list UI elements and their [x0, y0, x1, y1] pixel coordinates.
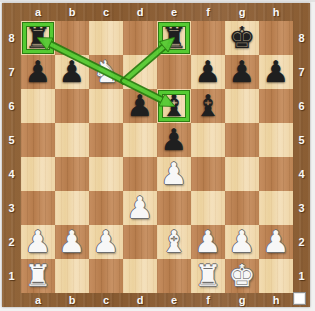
square-f1[interactable]: ♜ [191, 259, 225, 293]
rank-label-4: 4 [2, 157, 21, 191]
square-c7[interactable]: ♞ [89, 55, 123, 89]
piece-white-knight-c7[interactable]: ♞ [89, 55, 123, 89]
piece-white-bishop-e2[interactable]: ♝ [157, 225, 191, 259]
square-c8[interactable] [89, 21, 123, 55]
piece-white-pawn-b2[interactable]: ♟ [55, 225, 89, 259]
square-f4[interactable] [191, 157, 225, 191]
rank-label-6: 6 [2, 89, 21, 123]
rank-label-1: 1 [2, 259, 21, 293]
piece-white-pawn-e4[interactable]: ♟ [157, 157, 191, 191]
file-label-f: f [191, 293, 225, 307]
file-label-h: h [259, 293, 293, 307]
square-c1[interactable] [89, 259, 123, 293]
piece-black-pawn-f7[interactable]: ♟ [191, 55, 225, 89]
piece-black-pawn-b7[interactable]: ♟ [55, 55, 89, 89]
file-label-b: b [55, 4, 89, 20]
piece-white-pawn-a2[interactable]: ♟ [21, 225, 55, 259]
piece-black-pawn-g7[interactable]: ♟ [225, 55, 259, 89]
page-edge [0, 0, 315, 2]
piece-black-bishop-f6[interactable]: ♝ [191, 89, 225, 123]
piece-black-rook-a8[interactable]: ♜ [21, 21, 55, 55]
square-c3[interactable] [89, 191, 123, 225]
square-c4[interactable] [89, 157, 123, 191]
square-e3[interactable] [157, 191, 191, 225]
file-labels-bottom: abcdefgh [21, 293, 293, 307]
piece-black-pawn-h7[interactable]: ♟ [259, 55, 293, 89]
piece-white-pawn-c2[interactable]: ♟ [89, 225, 123, 259]
file-label-e: e [157, 293, 191, 307]
square-c2[interactable]: ♟ [89, 225, 123, 259]
square-h5[interactable] [259, 123, 293, 157]
board-squares: ♜♜♚♟♟♞♟♟♟♟♝♝♟♟♟♟♟♟♝♟♟♟♜♜♚ [21, 21, 293, 293]
rank-label-5: 5 [293, 123, 310, 157]
square-e5[interactable]: ♟ [157, 123, 191, 157]
square-b1[interactable] [55, 259, 89, 293]
chess-app: { "game": "chess", "position": { "fen": … [0, 0, 315, 311]
square-d6[interactable]: ♟ [123, 89, 157, 123]
square-g5[interactable] [225, 123, 259, 157]
square-d1[interactable] [123, 259, 157, 293]
square-a5[interactable] [21, 123, 55, 157]
white-to-move-indicator [293, 292, 306, 305]
square-a8[interactable]: ♜ [21, 21, 55, 55]
piece-white-rook-f1[interactable]: ♜ [191, 259, 225, 293]
square-a7[interactable]: ♟ [21, 55, 55, 89]
square-a2[interactable]: ♟ [21, 225, 55, 259]
square-d7[interactable] [123, 55, 157, 89]
file-label-d: d [123, 293, 157, 307]
rank-label-8: 8 [2, 21, 21, 55]
square-b7[interactable]: ♟ [55, 55, 89, 89]
square-b2[interactable]: ♟ [55, 225, 89, 259]
chess-board: abcdefgh abcdefgh 87654321 87654321 ♜♜♚♟… [2, 3, 310, 307]
square-h3[interactable] [259, 191, 293, 225]
square-e2[interactable]: ♝ [157, 225, 191, 259]
square-f8[interactable] [191, 21, 225, 55]
rank-labels-right: 87654321 [293, 21, 310, 293]
file-label-h: h [259, 4, 293, 20]
piece-black-king-g8[interactable]: ♚ [225, 21, 259, 55]
rank-label-5: 5 [2, 123, 21, 157]
square-b3[interactable] [55, 191, 89, 225]
square-d5[interactable] [123, 123, 157, 157]
square-g8[interactable]: ♚ [225, 21, 259, 55]
square-e4[interactable]: ♟ [157, 157, 191, 191]
rank-label-7: 7 [293, 55, 310, 89]
square-b4[interactable] [55, 157, 89, 191]
piece-black-rook-e8[interactable]: ♜ [157, 21, 191, 55]
square-a3[interactable] [21, 191, 55, 225]
square-g6[interactable] [225, 89, 259, 123]
file-label-c: c [89, 4, 123, 20]
file-labels-top: abcdefgh [21, 4, 293, 20]
rank-label-7: 7 [2, 55, 21, 89]
square-e8[interactable]: ♜ [157, 21, 191, 55]
square-b6[interactable] [55, 89, 89, 123]
piece-black-pawn-d6[interactable]: ♟ [123, 89, 157, 123]
square-e6[interactable]: ♝ [157, 89, 191, 123]
square-f5[interactable] [191, 123, 225, 157]
square-f3[interactable] [191, 191, 225, 225]
square-f7[interactable]: ♟ [191, 55, 225, 89]
square-g2[interactable]: ♟ [225, 225, 259, 259]
square-c6[interactable] [89, 89, 123, 123]
square-e7[interactable] [157, 55, 191, 89]
rank-label-3: 3 [2, 191, 21, 225]
rank-labels-left: 87654321 [2, 21, 21, 293]
file-label-g: g [225, 293, 259, 307]
piece-white-pawn-h2[interactable]: ♟ [259, 225, 293, 259]
piece-white-rook-a1[interactable]: ♜ [21, 259, 55, 293]
square-a6[interactable] [21, 89, 55, 123]
piece-white-pawn-f2[interactable]: ♟ [191, 225, 225, 259]
rank-label-2: 2 [2, 225, 21, 259]
square-f6[interactable]: ♝ [191, 89, 225, 123]
square-c5[interactable] [89, 123, 123, 157]
square-h8[interactable] [259, 21, 293, 55]
square-e1[interactable] [157, 259, 191, 293]
square-h1[interactable] [259, 259, 293, 293]
square-h7[interactable]: ♟ [259, 55, 293, 89]
square-b8[interactable] [55, 21, 89, 55]
square-d8[interactable] [123, 21, 157, 55]
rank-label-2: 2 [293, 225, 310, 259]
square-d4[interactable] [123, 157, 157, 191]
rank-label-1: 1 [293, 259, 310, 293]
piece-white-pawn-d3[interactable]: ♟ [123, 191, 157, 225]
square-b5[interactable] [55, 123, 89, 157]
piece-white-pawn-g2[interactable]: ♟ [225, 225, 259, 259]
file-label-d: d [123, 4, 157, 20]
file-label-a: a [21, 293, 55, 307]
file-label-b: b [55, 293, 89, 307]
square-h4[interactable] [259, 157, 293, 191]
file-label-e: e [157, 4, 191, 20]
file-label-g: g [225, 4, 259, 20]
piece-black-bishop-e6[interactable]: ♝ [157, 89, 191, 123]
file-label-c: c [89, 293, 123, 307]
square-d2[interactable] [123, 225, 157, 259]
rank-label-4: 4 [293, 157, 310, 191]
rank-label-8: 8 [293, 21, 310, 55]
square-a4[interactable] [21, 157, 55, 191]
square-a1[interactable]: ♜ [21, 259, 55, 293]
rank-label-6: 6 [293, 89, 310, 123]
piece-black-pawn-e5[interactable]: ♟ [157, 123, 191, 157]
square-d3[interactable]: ♟ [123, 191, 157, 225]
file-label-a: a [21, 4, 55, 20]
square-g7[interactable]: ♟ [225, 55, 259, 89]
piece-white-king-g1[interactable]: ♚ [225, 259, 259, 293]
square-g3[interactable] [225, 191, 259, 225]
file-label-f: f [191, 4, 225, 20]
rank-label-3: 3 [293, 191, 310, 225]
square-g4[interactable] [225, 157, 259, 191]
square-h6[interactable] [259, 89, 293, 123]
square-g1[interactable]: ♚ [225, 259, 259, 293]
square-f2[interactable]: ♟ [191, 225, 225, 259]
square-h2[interactable]: ♟ [259, 225, 293, 259]
piece-black-pawn-a7[interactable]: ♟ [21, 55, 55, 89]
